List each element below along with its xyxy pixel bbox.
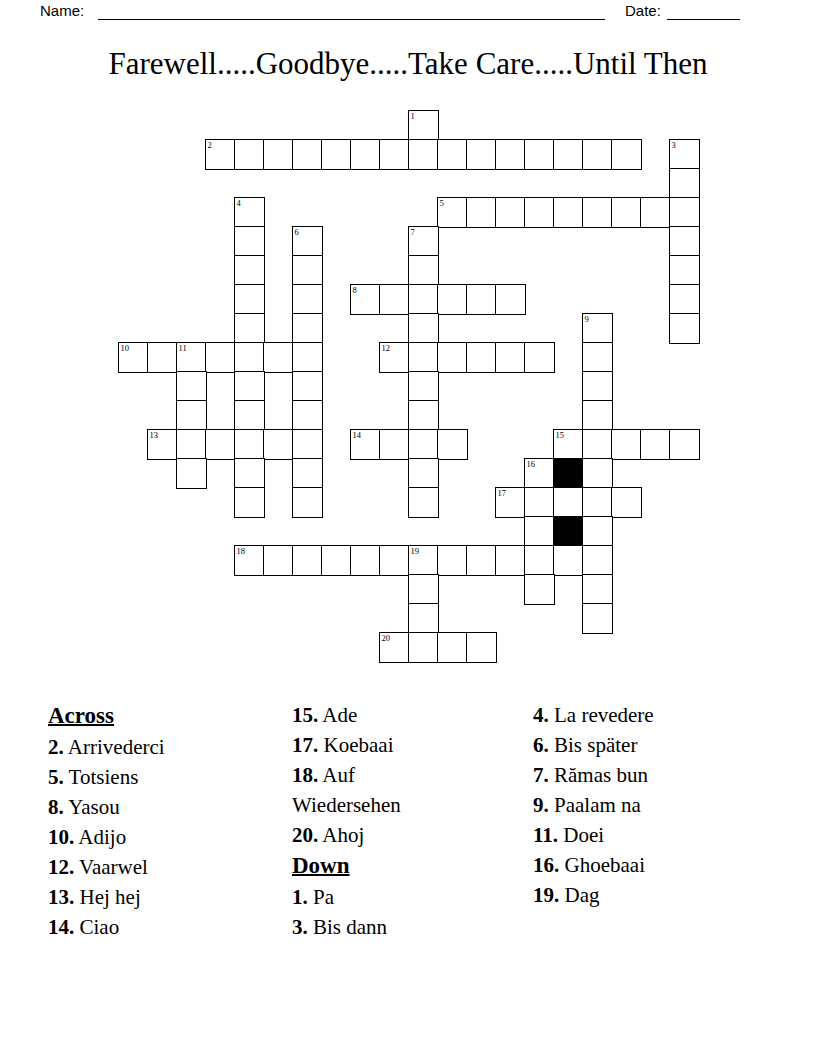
grid-cell[interactable]: 18: [234, 545, 265, 576]
grid-cell[interactable]: [495, 139, 526, 170]
grid-cell[interactable]: 11: [176, 342, 207, 373]
heading-text: Across: [48, 703, 114, 728]
clue-item: 20. Ahoj: [292, 820, 467, 850]
clue-number: 19: [411, 547, 420, 556]
clue-number: 8: [353, 286, 357, 295]
clue-number: 15: [556, 431, 565, 440]
grid-cell[interactable]: [553, 197, 584, 228]
grid-cell[interactable]: [669, 226, 700, 257]
clue-column-middle: 15. Ade17. Koebaai18. Auf Wiedersehen20.…: [292, 700, 467, 942]
blocked-cell: [553, 458, 584, 489]
puzzle-title: Farewell.....Goodbye.....Take Care.....U…: [0, 46, 816, 82]
grid-cell[interactable]: [292, 371, 323, 402]
grid-cell[interactable]: [582, 458, 613, 489]
clue-item: 10. Adijo: [48, 822, 273, 852]
clue-item: 6. Bis später: [533, 730, 773, 760]
grid-cell[interactable]: [176, 371, 207, 402]
clue-item: 2. Arrivederci: [48, 732, 273, 762]
grid-cell[interactable]: [611, 429, 642, 460]
clue-item: 13. Hej hej: [48, 882, 273, 912]
grid-cell[interactable]: [379, 429, 410, 460]
grid-cell[interactable]: [582, 429, 613, 460]
grid-cell[interactable]: [524, 487, 555, 518]
grid-cell[interactable]: [408, 342, 439, 373]
worksheet-page: Name: Date: Farewell.....Goodbye.....Tak…: [0, 0, 816, 1056]
grid-cell[interactable]: [611, 487, 642, 518]
clue-number: 5: [440, 199, 444, 208]
grid-cell[interactable]: [176, 400, 207, 431]
clue-item-number: 18.: [292, 763, 318, 787]
grid-cell[interactable]: 6: [292, 226, 323, 257]
grid-cell[interactable]: [408, 400, 439, 431]
grid-cell[interactable]: [408, 458, 439, 489]
grid-cell[interactable]: [495, 284, 526, 315]
date-label: Date:: [625, 2, 661, 19]
grid-cell[interactable]: [640, 429, 671, 460]
grid-cell[interactable]: [437, 632, 468, 663]
grid-cell[interactable]: [669, 197, 700, 228]
grid-cell[interactable]: [234, 371, 265, 402]
clue-item-number: 10.: [48, 825, 74, 849]
clue-number: 12: [382, 344, 391, 353]
clue-item-number: 1.: [292, 885, 308, 909]
clue-item-number: 6.: [533, 733, 549, 757]
grid-cell[interactable]: [553, 545, 584, 576]
grid-cell[interactable]: [524, 139, 555, 170]
clue-item-number: 8.: [48, 795, 64, 819]
grid-cell[interactable]: [582, 139, 613, 170]
grid-cell[interactable]: [292, 429, 323, 460]
across-heading: Across: [48, 700, 273, 732]
clue-item-number: 15.: [292, 703, 318, 727]
grid-cell[interactable]: [582, 371, 613, 402]
grid-cell[interactable]: [553, 139, 584, 170]
grid-cell[interactable]: [408, 632, 439, 663]
grid-cell[interactable]: [292, 284, 323, 315]
clue-item-number: 19.: [533, 883, 559, 907]
grid-cell[interactable]: [669, 168, 700, 199]
grid-cell[interactable]: [176, 458, 207, 489]
name-label: Name:: [40, 2, 84, 19]
clue-item-number: 12.: [48, 855, 74, 879]
clue-item: 4. La revedere: [533, 700, 773, 730]
grid-cell[interactable]: [321, 139, 352, 170]
grid-cell[interactable]: 12: [379, 342, 410, 373]
grid-cell[interactable]: [466, 342, 497, 373]
grid-cell[interactable]: 16: [524, 458, 555, 489]
grid-cell[interactable]: [292, 545, 323, 576]
grid-cell[interactable]: [669, 313, 700, 344]
grid-cell[interactable]: [292, 342, 323, 373]
clue-item: 9. Paalam na: [533, 790, 773, 820]
grid-cell[interactable]: [582, 545, 613, 576]
clue-number: 16: [527, 460, 536, 469]
grid-cell[interactable]: [205, 429, 236, 460]
clue-number: 7: [411, 228, 415, 237]
grid-cell[interactable]: [611, 139, 642, 170]
clue-number: 11: [179, 344, 187, 353]
clue-number: 14: [353, 431, 362, 440]
grid-cell[interactable]: [234, 487, 265, 518]
grid-cell[interactable]: [495, 197, 526, 228]
clue-item-number: 9.: [533, 793, 549, 817]
clue-item-number: 2.: [48, 735, 64, 759]
grid-cell[interactable]: 5: [437, 197, 468, 228]
grid-cell[interactable]: 15: [553, 429, 584, 460]
grid-cell[interactable]: [466, 632, 497, 663]
grid-cell[interactable]: [147, 342, 178, 373]
grid-cell[interactable]: [466, 284, 497, 315]
down-heading: Down: [292, 850, 467, 882]
clue-item-number: 13.: [48, 885, 74, 909]
grid-cell[interactable]: [379, 139, 410, 170]
clue-number: 2: [208, 141, 212, 150]
grid-cell[interactable]: [582, 197, 613, 228]
grid-cell[interactable]: [263, 342, 294, 373]
grid-cell[interactable]: [582, 342, 613, 373]
clue-number: 9: [585, 315, 589, 324]
clue-item: 17. Koebaai: [292, 730, 467, 760]
grid-cell[interactable]: [379, 284, 410, 315]
grid-cell[interactable]: [408, 603, 439, 634]
grid-cell[interactable]: [582, 400, 613, 431]
grid-cell[interactable]: [408, 429, 439, 460]
blocked-cell: [553, 516, 584, 547]
heading-text: Down: [292, 853, 350, 878]
grid-cell[interactable]: [408, 255, 439, 286]
clue-item: 15. Ade: [292, 700, 467, 730]
date-input-line[interactable]: [667, 2, 740, 20]
clue-number: 17: [498, 489, 507, 498]
grid-cell[interactable]: [524, 545, 555, 576]
grid-cell[interactable]: [582, 603, 613, 634]
clue-item-number: 5.: [48, 765, 64, 789]
grid-cell[interactable]: [437, 139, 468, 170]
clue-number: 13: [150, 431, 159, 440]
grid-cell[interactable]: [466, 197, 497, 228]
clue-item-number: 16.: [533, 853, 559, 877]
grid-cell[interactable]: [292, 458, 323, 489]
grid-cell[interactable]: [408, 139, 439, 170]
grid-cell[interactable]: [350, 139, 381, 170]
clue-number: 20: [382, 634, 391, 643]
grid-cell[interactable]: 8: [350, 284, 381, 315]
grid-cell[interactable]: [437, 429, 468, 460]
grid-cell[interactable]: 1: [408, 110, 439, 141]
clue-column-right: 4. La revedere6. Bis später7. Rămas bun9…: [533, 700, 773, 910]
grid-cell[interactable]: [524, 342, 555, 373]
grid-cell[interactable]: [553, 487, 584, 518]
grid-cell[interactable]: [582, 487, 613, 518]
grid-cell[interactable]: [524, 574, 555, 605]
grid-cell[interactable]: [292, 400, 323, 431]
clue-item-number: 17.: [292, 733, 318, 757]
clue-item: 1. Pa: [292, 882, 467, 912]
grid-cell[interactable]: 19: [408, 545, 439, 576]
grid-cell[interactable]: [640, 197, 671, 228]
grid-cell[interactable]: [466, 139, 497, 170]
grid-cell[interactable]: [466, 545, 497, 576]
grid-cell[interactable]: 14: [350, 429, 381, 460]
clue-item: 19. Dag: [533, 880, 773, 910]
clue-number: 18: [237, 547, 246, 556]
clue-column-left: Across2. Arrivederci5. Totsiens8. Yasou1…: [48, 700, 273, 942]
grid-cell[interactable]: [408, 284, 439, 315]
name-input-line[interactable]: [98, 2, 605, 20]
clue-item: 3. Bis dann: [292, 912, 467, 942]
grid-cell[interactable]: [205, 342, 236, 373]
grid-cell[interactable]: [292, 313, 323, 344]
clue-item-number: 11.: [533, 823, 558, 847]
grid-cell[interactable]: 3: [669, 139, 700, 170]
clue-item: 16. Ghoebaai: [533, 850, 773, 880]
grid-cell[interactable]: [350, 545, 381, 576]
grid-cell[interactable]: [234, 226, 265, 257]
grid-cell[interactable]: 7: [408, 226, 439, 257]
clue-number: 10: [121, 344, 130, 353]
grid-cell[interactable]: 10: [118, 342, 149, 373]
grid-cell[interactable]: [408, 371, 439, 402]
grid-cell[interactable]: [437, 284, 468, 315]
grid-cell[interactable]: [495, 342, 526, 373]
clue-item: 5. Totsiens: [48, 762, 273, 792]
grid-cell[interactable]: 9: [582, 313, 613, 344]
grid-cell[interactable]: [379, 545, 410, 576]
grid-cell[interactable]: [669, 255, 700, 286]
grid-cell[interactable]: [263, 429, 294, 460]
grid-cell[interactable]: [176, 429, 207, 460]
clue-item: 8. Yasou: [48, 792, 273, 822]
grid-cell[interactable]: [437, 342, 468, 373]
grid-cell[interactable]: [234, 458, 265, 489]
clue-item: 7. Rămas bun: [533, 760, 773, 790]
grid-cell[interactable]: 4: [234, 197, 265, 228]
clue-item-number: 7.: [533, 763, 549, 787]
grid-cell[interactable]: [292, 487, 323, 518]
clue-number: 4: [237, 199, 241, 208]
grid-cell[interactable]: [582, 574, 613, 605]
grid-cell[interactable]: [611, 197, 642, 228]
grid-cell[interactable]: [234, 429, 265, 460]
clue-item-number: 4.: [533, 703, 549, 727]
grid-cell[interactable]: [495, 545, 526, 576]
clue-number: 6: [295, 228, 299, 237]
grid-cell[interactable]: [524, 197, 555, 228]
clue-item: 14. Ciao: [48, 912, 273, 942]
clue-item-number: 20.: [292, 823, 318, 847]
grid-cell[interactable]: [234, 342, 265, 373]
grid-cell[interactable]: 17: [495, 487, 526, 518]
grid-cell[interactable]: [234, 400, 265, 431]
grid-cell[interactable]: 2: [205, 139, 236, 170]
grid-cell[interactable]: [321, 545, 352, 576]
crossword-grid: 1234567891011121314151617181920: [118, 110, 699, 662]
clue-item: 18. Auf Wiedersehen: [292, 760, 467, 820]
grid-cell[interactable]: [263, 139, 294, 170]
grid-cell[interactable]: [234, 284, 265, 315]
grid-cell[interactable]: [234, 139, 265, 170]
grid-cell[interactable]: [408, 313, 439, 344]
grid-cell[interactable]: [234, 313, 265, 344]
clue-number: 1: [411, 112, 415, 121]
clue-item-number: 3.: [292, 915, 308, 939]
grid-cell[interactable]: [408, 574, 439, 605]
grid-cell[interactable]: 13: [147, 429, 178, 460]
grid-cell[interactable]: [524, 516, 555, 547]
grid-cell[interactable]: 20: [379, 632, 410, 663]
grid-cell[interactable]: [234, 255, 265, 286]
grid-cell[interactable]: [669, 284, 700, 315]
clue-number: 3: [672, 141, 676, 150]
grid-cell[interactable]: [292, 255, 323, 286]
clue-item-number: 14.: [48, 915, 74, 939]
grid-cell[interactable]: [292, 139, 323, 170]
grid-cell[interactable]: [263, 545, 294, 576]
grid-cell[interactable]: [669, 429, 700, 460]
grid-cell[interactable]: [408, 487, 439, 518]
clue-item: 11. Doei: [533, 820, 773, 850]
grid-cell[interactable]: [582, 516, 613, 547]
grid-cell[interactable]: [437, 545, 468, 576]
clue-item: 12. Vaarwel: [48, 852, 273, 882]
